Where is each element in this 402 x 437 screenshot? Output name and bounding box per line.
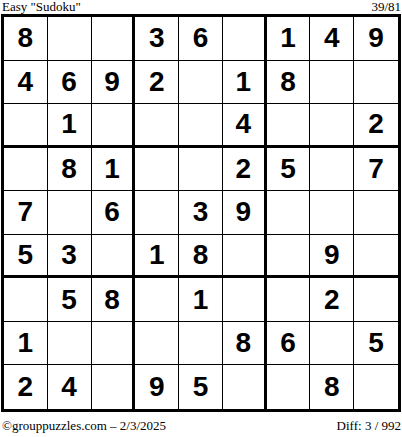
cell-r2c3: 9 [92,61,136,105]
cell-r1c9: 9 [354,17,398,61]
cell-r1c7: 1 [267,17,311,61]
cell-r4c6: 2 [223,148,267,192]
cell-r5c6: 9 [223,191,267,235]
cell-r6c9[interactable] [354,235,398,279]
cell-r7c1[interactable] [4,278,48,322]
difficulty-text: Diff: 3 / 992 [337,418,401,433]
cell-r7c4[interactable] [135,278,179,322]
footer: ©grouppuzzles.com – 2/3/2025 Diff: 3 / 9… [2,418,401,433]
cell-r4c8[interactable] [310,148,354,192]
cell-r8c3[interactable] [92,322,136,366]
cell-r6c3[interactable] [92,235,136,279]
cell-r7c5: 1 [179,278,223,322]
cell-r7c9[interactable] [354,278,398,322]
cell-r5c4[interactable] [135,191,179,235]
cell-r2c2: 6 [48,61,92,105]
puzzle-title: Easy "Sudoku" [2,0,81,13]
cell-r8c5[interactable] [179,322,223,366]
cell-r9c9[interactable] [354,365,398,409]
cell-r3c6: 4 [223,104,267,148]
cell-r9c2: 4 [48,365,92,409]
cell-r6c8: 9 [310,235,354,279]
cell-r5c7[interactable] [267,191,311,235]
cell-r5c3: 6 [92,191,136,235]
cell-r8c4[interactable] [135,322,179,366]
cell-r8c6: 8 [223,322,267,366]
cell-r3c7[interactable] [267,104,311,148]
cell-r1c2[interactable] [48,17,92,61]
cell-r9c1: 2 [4,365,48,409]
sudoku-board: 8361494692181428125776395318958121865249… [1,14,401,412]
cell-r1c1: 8 [4,17,48,61]
cell-r9c6[interactable] [223,365,267,409]
cell-r8c2[interactable] [48,322,92,366]
cell-r7c2: 5 [48,278,92,322]
cell-r6c1: 5 [4,235,48,279]
header: Easy "Sudoku" 39/81 [2,0,401,14]
cell-r2c1: 4 [4,61,48,105]
cell-r8c7: 6 [267,322,311,366]
cell-r5c9[interactable] [354,191,398,235]
cell-r3c2: 1 [48,104,92,148]
cell-r9c3[interactable] [92,365,136,409]
cell-r9c4: 9 [135,365,179,409]
cell-r6c2: 3 [48,235,92,279]
blank-counter: 39/81 [371,0,401,13]
cell-r7c3: 8 [92,278,136,322]
cell-r1c4: 3 [135,17,179,61]
cell-r1c8: 4 [310,17,354,61]
cell-r8c9: 5 [354,322,398,366]
cell-r2c5[interactable] [179,61,223,105]
cell-r7c8: 2 [310,278,354,322]
cell-r8c1: 1 [4,322,48,366]
cell-r9c8: 8 [310,365,354,409]
cell-r7c7[interactable] [267,278,311,322]
cell-r6c4: 1 [135,235,179,279]
cell-r4c5[interactable] [179,148,223,192]
cell-r6c6[interactable] [223,235,267,279]
cell-r9c5: 5 [179,365,223,409]
cell-r3c4[interactable] [135,104,179,148]
cell-r4c4[interactable] [135,148,179,192]
cell-r4c2: 8 [48,148,92,192]
cell-r2c8[interactable] [310,61,354,105]
cell-r9c7[interactable] [267,365,311,409]
cell-r7c6[interactable] [223,278,267,322]
cell-r6c5: 8 [179,235,223,279]
cell-r3c8[interactable] [310,104,354,148]
cell-r3c5[interactable] [179,104,223,148]
cell-r2c6: 1 [223,61,267,105]
cell-r3c1[interactable] [4,104,48,148]
cell-r4c7: 5 [267,148,311,192]
cell-r3c9: 2 [354,104,398,148]
cell-r1c5: 6 [179,17,223,61]
cell-r3c3[interactable] [92,104,136,148]
cell-r2c9[interactable] [354,61,398,105]
cell-r2c4: 2 [135,61,179,105]
cell-r5c8[interactable] [310,191,354,235]
cell-r4c1[interactable] [4,148,48,192]
cell-r5c5: 3 [179,191,223,235]
cell-r6c7[interactable] [267,235,311,279]
cell-r2c7: 8 [267,61,311,105]
cell-r8c8[interactable] [310,322,354,366]
cell-r1c3[interactable] [92,17,136,61]
cell-r4c9: 7 [354,148,398,192]
cell-r1c6[interactable] [223,17,267,61]
cell-r5c2[interactable] [48,191,92,235]
cell-r4c3: 1 [92,148,136,192]
copyright-text: ©grouppuzzles.com – 2/3/2025 [2,418,166,433]
cell-r5c1: 7 [4,191,48,235]
